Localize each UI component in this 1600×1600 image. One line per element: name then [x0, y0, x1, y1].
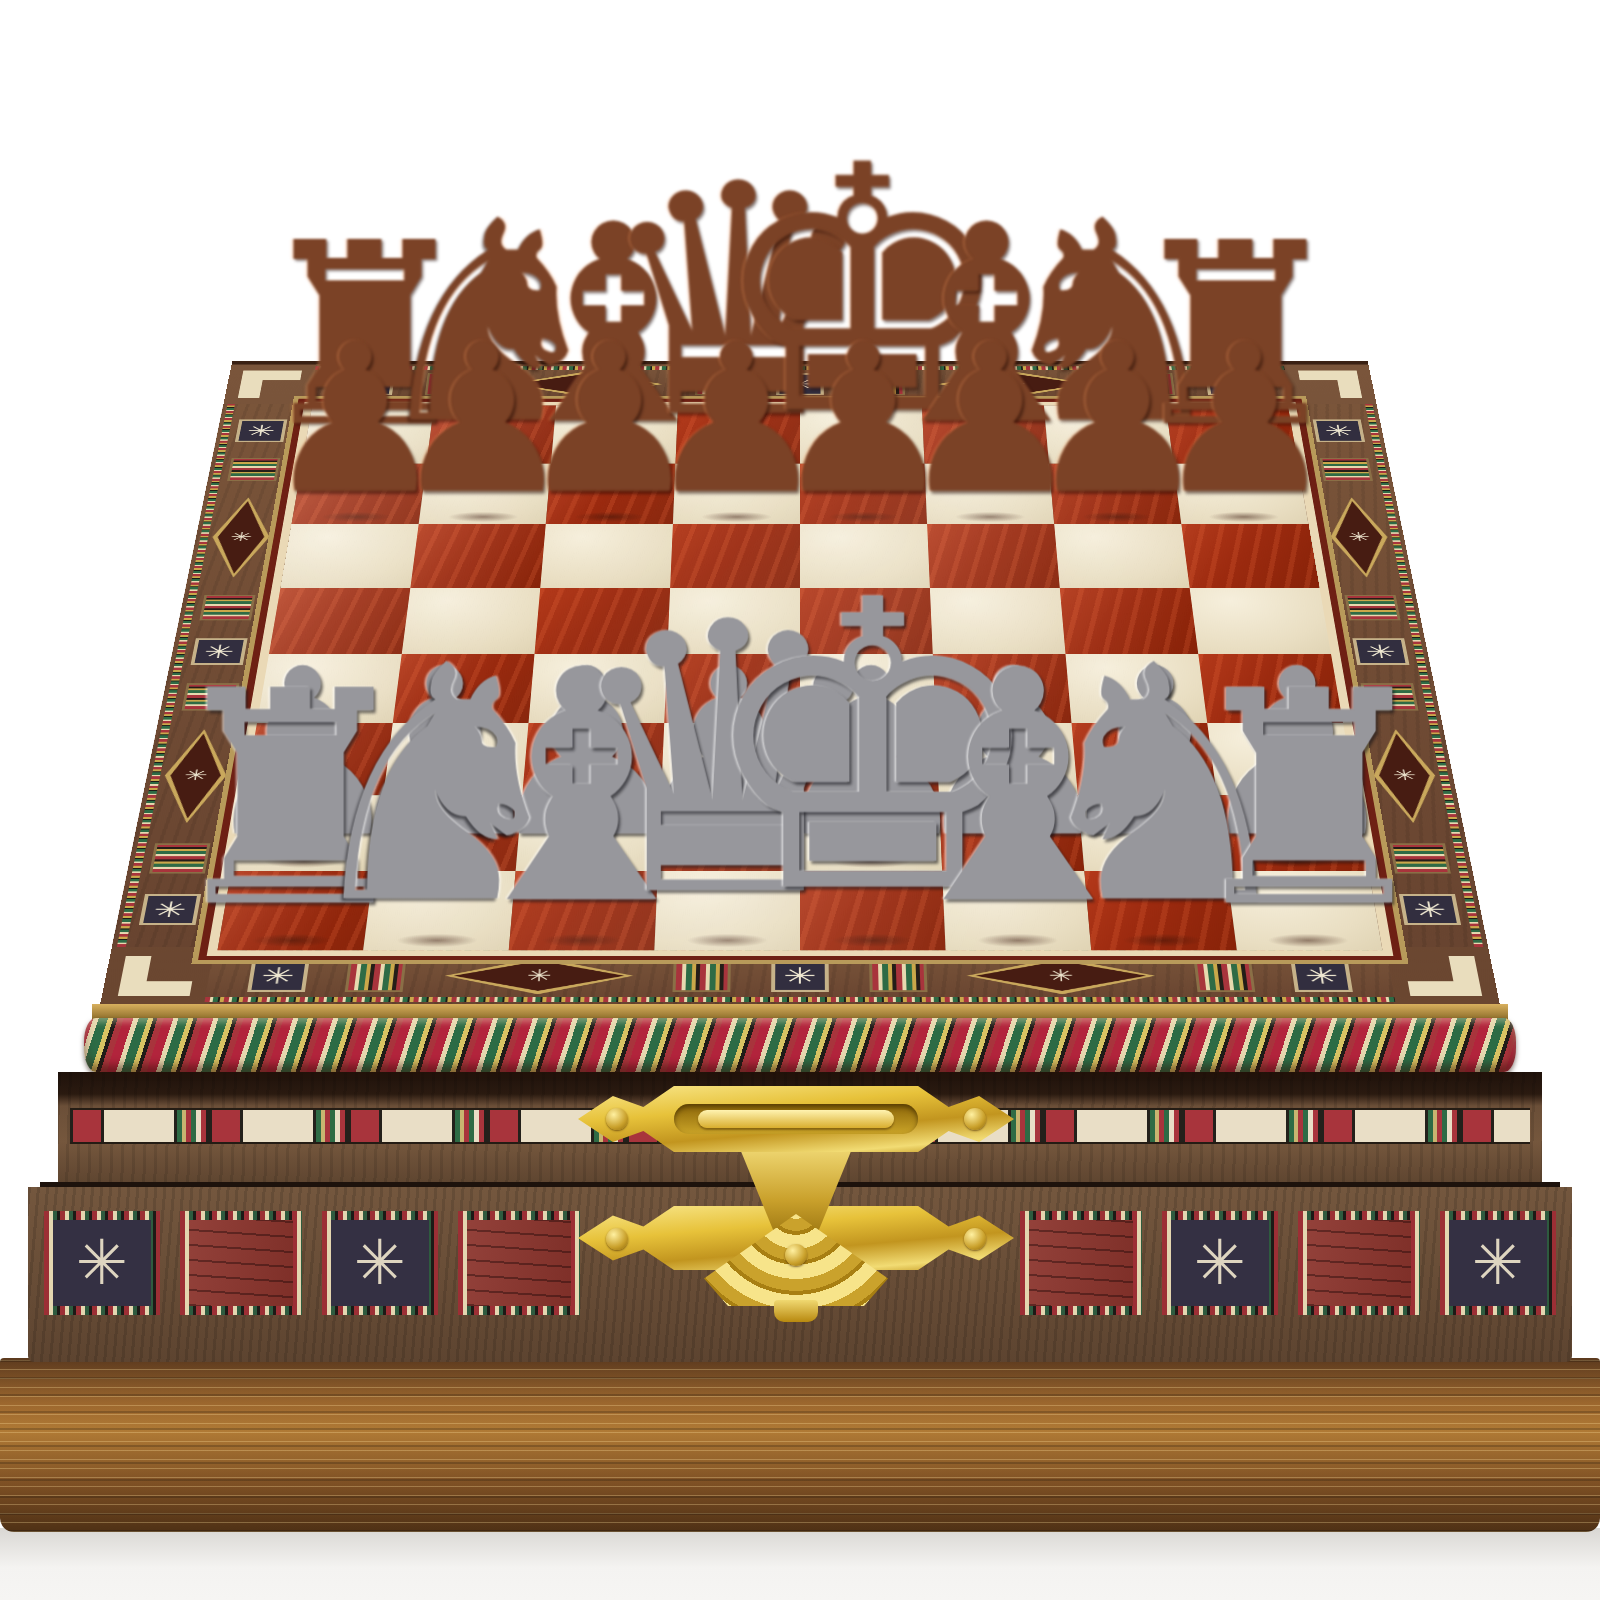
board-squares: ♜♞♝♛♚♝♞♜♟♟♟♟♟♟♟♟♟♟♟♟♟♟♟♟♜♞♝♛♚♝♞♜ [218, 406, 1383, 951]
border-star-tile: ✳ [247, 960, 310, 992]
panel-group-right: ✳✳ [1020, 1211, 1556, 1315]
front-red-panel [1298, 1211, 1420, 1315]
piece-copper-p-h7[interactable]: ♟ [1152, 317, 1337, 523]
greek-key-corner-bottom-left [100, 947, 214, 1005]
border-star-tile: ✳ [771, 960, 829, 992]
front-red-panel [458, 1211, 580, 1315]
clasp-screw [606, 1228, 628, 1250]
square-h1[interactable]: ♜ [1227, 871, 1383, 950]
clasp-center-boss [785, 1244, 807, 1266]
border-diamond-medallion: ✳ [443, 957, 634, 994]
border-ribbon-tile [869, 960, 927, 992]
square-a6[interactable] [281, 524, 419, 587]
front-star-tile: ✳ [322, 1211, 438, 1315]
base-molding [0, 1358, 1600, 1532]
greek-key-corner-bottom-right [1386, 947, 1500, 1005]
clasp[interactable] [578, 1086, 1014, 1324]
front-star-tile: ✳ [44, 1211, 160, 1315]
front-star-tile: ✳ [1440, 1211, 1556, 1315]
square-h6[interactable] [1181, 524, 1319, 587]
clasp-foot [774, 1300, 818, 1322]
clasp-top-plate [578, 1086, 1014, 1152]
panel-group-left: ✳✳ [44, 1211, 580, 1315]
border-star-tile: ✳ [1291, 960, 1354, 992]
square-h7[interactable]: ♟ [1173, 464, 1308, 525]
clasp-screw [606, 1108, 628, 1130]
border-ribbon-tile [345, 960, 407, 992]
clasp-screw [964, 1228, 986, 1250]
border-ribbon-tile [1193, 960, 1255, 992]
floor [0, 1528, 1600, 1600]
square-g6[interactable] [1054, 524, 1189, 587]
scene: ✳✳✳✳✳ ✳✳✳✳✳ ✳✳✳✳✳ ✳✳✳✳✳ ♜♞♝♛♚♝♞♜♟♟♟♟♟♟♟♟… [0, 0, 1600, 1600]
front-star-tile: ✳ [1162, 1211, 1278, 1315]
border-ribbon-tile [1344, 595, 1400, 621]
board-3d: ✳✳✳✳✳ ✳✳✳✳✳ ✳✳✳✳✳ ✳✳✳✳✳ ♜♞♝♛♚♝♞♜♟♟♟♟♟♟♟♟… [0, 0, 1600, 1005]
clasp-screw [964, 1108, 986, 1130]
front-red-panel [180, 1211, 302, 1315]
front-red-panel [1020, 1211, 1142, 1315]
square-b6[interactable] [410, 524, 545, 587]
stripe-molding [84, 1018, 1516, 1072]
board-border-bottom: ✳✳✳✳✳ [204, 947, 1396, 1005]
clasp-hasp-bar[interactable] [698, 1110, 894, 1128]
border-ribbon-tile [673, 960, 731, 992]
border-ribbon-tile [199, 595, 255, 621]
box-lid-top: ✳✳✳✳✳ ✳✳✳✳✳ ✳✳✳✳✳ ✳✳✳✳✳ ♜♞♝♛♚♝♞♜♟♟♟♟♟♟♟♟… [100, 361, 1500, 1005]
border-diamond-medallion: ✳ [966, 957, 1157, 994]
